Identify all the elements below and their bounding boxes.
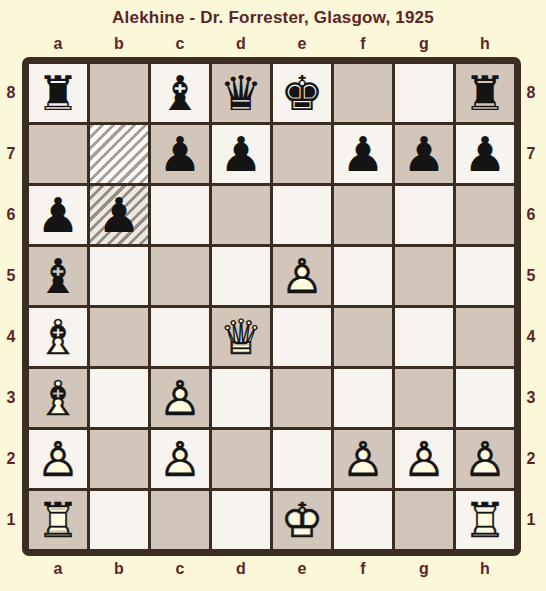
piece-white-pawn: ♙ bbox=[151, 369, 209, 427]
piece-black-pawn: ♟ bbox=[36, 191, 79, 239]
rank-label-1: 1 bbox=[0, 491, 22, 549]
piece-black-pawn: ♟ bbox=[341, 130, 384, 178]
file-label-d: d bbox=[212, 556, 270, 580]
square-g8[interactable] bbox=[395, 64, 453, 122]
rank-label-4: 4 bbox=[521, 308, 541, 366]
file-label-f: f bbox=[334, 556, 392, 580]
rank-label-2: 2 bbox=[521, 430, 541, 488]
file-label-b: b bbox=[90, 556, 148, 580]
piece-white-pawn: ♙ bbox=[151, 430, 209, 488]
square-h2[interactable]: ♟♙ bbox=[456, 430, 514, 488]
piece-white-pawn: ♟ bbox=[395, 430, 453, 488]
piece-white-bishop: ♗ bbox=[29, 369, 87, 427]
square-b4[interactable] bbox=[90, 308, 148, 366]
square-d5[interactable] bbox=[212, 247, 270, 305]
piece-white-pawn: ♟ bbox=[29, 430, 87, 488]
rank-label-6: 6 bbox=[521, 186, 541, 244]
square-b3[interactable] bbox=[90, 369, 148, 427]
square-a7[interactable] bbox=[29, 125, 87, 183]
piece-white-king: ♔ bbox=[273, 491, 331, 549]
square-h3[interactable] bbox=[456, 369, 514, 427]
file-labels-bottom: abcdefgh bbox=[29, 556, 546, 580]
square-c4[interactable] bbox=[151, 308, 209, 366]
rank-label-7: 7 bbox=[521, 125, 541, 183]
square-f7[interactable]: ♟ bbox=[334, 125, 392, 183]
board: ♜♝♛♚♜♟♟♟♟♟♟♟♝♟♙♝♗♛♕♝♗♟♙♟♙♟♙♟♙♟♙♟♙♜♖♚♔♜♖ bbox=[22, 57, 521, 556]
rank-label-1: 1 bbox=[521, 491, 541, 549]
square-c2[interactable]: ♟♙ bbox=[151, 430, 209, 488]
square-f6[interactable] bbox=[334, 186, 392, 244]
piece-white-pawn: ♟ bbox=[151, 430, 209, 488]
rank-label-5: 5 bbox=[0, 247, 22, 305]
square-c3[interactable]: ♟♙ bbox=[151, 369, 209, 427]
square-f5[interactable] bbox=[334, 247, 392, 305]
file-label-h: h bbox=[456, 33, 514, 57]
square-b6[interactable]: ♟ bbox=[90, 186, 148, 244]
piece-white-bishop: ♝ bbox=[29, 308, 87, 366]
square-a3[interactable]: ♝♗ bbox=[29, 369, 87, 427]
file-label-b: b bbox=[90, 33, 148, 57]
square-b2[interactable] bbox=[90, 430, 148, 488]
file-labels-top: abcdefgh bbox=[29, 33, 546, 57]
rank-label-7: 7 bbox=[0, 125, 22, 183]
square-h8[interactable]: ♜ bbox=[456, 64, 514, 122]
square-d4[interactable]: ♛♕ bbox=[212, 308, 270, 366]
square-g6[interactable] bbox=[395, 186, 453, 244]
piece-white-rook: ♖ bbox=[456, 491, 514, 549]
square-e1[interactable]: ♚♔ bbox=[273, 491, 331, 549]
piece-white-pawn: ♟ bbox=[151, 369, 209, 427]
square-e2[interactable] bbox=[273, 430, 331, 488]
piece-white-bishop: ♝ bbox=[29, 369, 87, 427]
square-g1[interactable] bbox=[395, 491, 453, 549]
rank-label-8: 8 bbox=[521, 64, 541, 122]
piece-white-rook: ♖ bbox=[29, 491, 87, 549]
file-label-c: c bbox=[151, 556, 209, 580]
square-h7[interactable]: ♟ bbox=[456, 125, 514, 183]
square-c5[interactable] bbox=[151, 247, 209, 305]
piece-black-queen: ♛ bbox=[219, 69, 262, 117]
square-h4[interactable] bbox=[456, 308, 514, 366]
square-a6[interactable]: ♟ bbox=[29, 186, 87, 244]
file-label-e: e bbox=[273, 33, 331, 57]
piece-black-pawn: ♟ bbox=[97, 191, 140, 239]
square-g7[interactable]: ♟ bbox=[395, 125, 453, 183]
piece-black-rook: ♜ bbox=[36, 69, 79, 117]
piece-black-pawn: ♟ bbox=[463, 130, 506, 178]
file-label-a: a bbox=[29, 33, 87, 57]
piece-black-pawn: ♟ bbox=[219, 130, 262, 178]
rank-label-6: 6 bbox=[0, 186, 22, 244]
piece-black-bishop: ♝ bbox=[158, 69, 201, 117]
piece-white-pawn: ♟ bbox=[456, 430, 514, 488]
rank-label-3: 3 bbox=[0, 369, 22, 427]
piece-white-pawn: ♙ bbox=[395, 430, 453, 488]
piece-white-pawn: ♙ bbox=[29, 430, 87, 488]
file-label-c: c bbox=[151, 33, 209, 57]
square-e6[interactable] bbox=[273, 186, 331, 244]
square-c6[interactable] bbox=[151, 186, 209, 244]
square-g2[interactable]: ♟♙ bbox=[395, 430, 453, 488]
square-c7[interactable]: ♟ bbox=[151, 125, 209, 183]
square-g3[interactable] bbox=[395, 369, 453, 427]
rank-label-4: 4 bbox=[0, 308, 22, 366]
file-label-h: h bbox=[456, 556, 514, 580]
rank-label-5: 5 bbox=[521, 247, 541, 305]
square-a5[interactable]: ♝ bbox=[29, 247, 87, 305]
piece-white-pawn: ♙ bbox=[273, 247, 331, 305]
square-d7[interactable]: ♟ bbox=[212, 125, 270, 183]
square-h1[interactable]: ♜♖ bbox=[456, 491, 514, 549]
file-label-a: a bbox=[29, 556, 87, 580]
square-e7[interactable] bbox=[273, 125, 331, 183]
square-e3[interactable] bbox=[273, 369, 331, 427]
piece-black-king: ♚ bbox=[280, 69, 323, 117]
rank-label-3: 3 bbox=[521, 369, 541, 427]
square-d8[interactable]: ♛ bbox=[212, 64, 270, 122]
square-c8[interactable]: ♝ bbox=[151, 64, 209, 122]
square-g4[interactable] bbox=[395, 308, 453, 366]
piece-black-pawn: ♟ bbox=[402, 130, 445, 178]
square-f2[interactable]: ♟♙ bbox=[334, 430, 392, 488]
square-h6[interactable] bbox=[456, 186, 514, 244]
piece-white-pawn: ♙ bbox=[456, 430, 514, 488]
square-f8[interactable] bbox=[334, 64, 392, 122]
square-e8[interactable]: ♚ bbox=[273, 64, 331, 122]
piece-black-pawn: ♟ bbox=[158, 130, 201, 178]
file-label-d: d bbox=[212, 33, 270, 57]
square-e5[interactable]: ♟♙ bbox=[273, 247, 331, 305]
piece-white-queen: ♛ bbox=[212, 308, 270, 366]
square-g5[interactable] bbox=[395, 247, 453, 305]
file-label-e: e bbox=[273, 556, 331, 580]
square-d1[interactable] bbox=[212, 491, 270, 549]
piece-white-rook: ♜ bbox=[29, 491, 87, 549]
file-label-g: g bbox=[395, 33, 453, 57]
square-b8[interactable] bbox=[90, 64, 148, 122]
square-d6[interactable] bbox=[212, 186, 270, 244]
rank-label-2: 2 bbox=[0, 430, 22, 488]
square-e4[interactable] bbox=[273, 308, 331, 366]
piece-black-bishop: ♝ bbox=[36, 252, 79, 300]
square-d3[interactable] bbox=[212, 369, 270, 427]
square-f3[interactable] bbox=[334, 369, 392, 427]
rank-labels-left: 87654321 bbox=[0, 57, 22, 549]
piece-white-pawn: ♙ bbox=[334, 430, 392, 488]
square-f1[interactable] bbox=[334, 491, 392, 549]
piece-white-pawn: ♟ bbox=[334, 430, 392, 488]
square-a1[interactable]: ♜♖ bbox=[29, 491, 87, 549]
piece-black-rook: ♜ bbox=[463, 69, 506, 117]
square-a2[interactable]: ♟♙ bbox=[29, 430, 87, 488]
rank-label-8: 8 bbox=[0, 64, 22, 122]
square-d2[interactable] bbox=[212, 430, 270, 488]
square-c1[interactable] bbox=[151, 491, 209, 549]
piece-white-rook: ♜ bbox=[456, 491, 514, 549]
piece-white-pawn: ♟ bbox=[273, 247, 331, 305]
rank-labels-right: 87654321 bbox=[521, 57, 541, 549]
piece-white-queen: ♕ bbox=[212, 308, 270, 366]
square-a8[interactable]: ♜ bbox=[29, 64, 87, 122]
game-title: Alekhine - Dr. Forrester, Glasgow, 1925 bbox=[0, 0, 546, 33]
square-a4[interactable]: ♝♗ bbox=[29, 308, 87, 366]
piece-white-king: ♚ bbox=[273, 491, 331, 549]
square-b5[interactable] bbox=[90, 247, 148, 305]
square-h5[interactable] bbox=[456, 247, 514, 305]
square-f4[interactable] bbox=[334, 308, 392, 366]
square-b7[interactable] bbox=[90, 125, 148, 183]
file-label-g: g bbox=[395, 556, 453, 580]
piece-white-bishop: ♗ bbox=[29, 308, 87, 366]
file-label-f: f bbox=[334, 33, 392, 57]
square-b1[interactable] bbox=[90, 491, 148, 549]
